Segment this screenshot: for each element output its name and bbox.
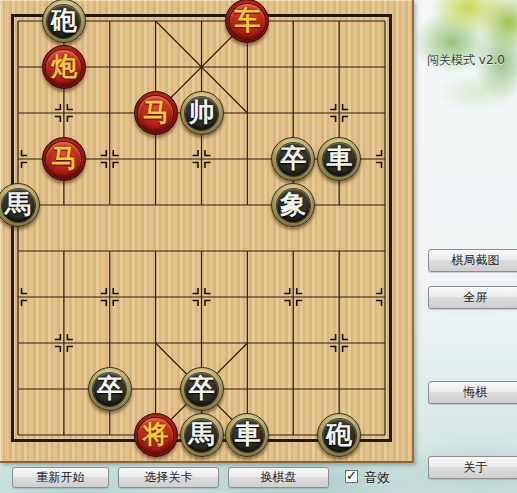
mode-version-label: 闯关模式 v2.0 <box>427 52 505 69</box>
piece-black-0[interactable]: 砲 <box>42 0 86 43</box>
piece-glyph: 帅 <box>189 99 215 125</box>
pieces-grid: 砲车炮马帅马卒車馬象卒卒将馬車砲 <box>0 0 408 458</box>
xiangqi-app-window: 砲车炮马帅马卒車馬象卒卒将馬車砲 闯关模式 v2.0 棋局截图 全屏 悔棋 关于… <box>0 0 517 493</box>
piece-black-13[interactable]: 馬 <box>180 413 224 457</box>
sound-checkbox[interactable]: ✓ <box>345 470 358 483</box>
piece-glyph: 卒 <box>189 375 215 401</box>
piece-glyph: 卒 <box>280 145 306 171</box>
piece-black-10[interactable]: 卒 <box>88 367 132 411</box>
piece-glyph: 车 <box>234 7 260 33</box>
piece-glyph: 車 <box>234 421 260 447</box>
select-level-button[interactable]: 选择关卡 <box>118 467 219 488</box>
piece-black-4[interactable]: 帅 <box>180 91 224 135</box>
piece-black-6[interactable]: 卒 <box>271 137 315 181</box>
restart-button[interactable]: 重新开始 <box>12 467 109 488</box>
piece-glyph: 炮 <box>51 53 77 79</box>
piece-red-3[interactable]: 马 <box>134 91 178 135</box>
piece-glyph: 象 <box>280 191 306 217</box>
piece-glyph: 马 <box>51 145 77 171</box>
piece-red-12[interactable]: 将 <box>134 413 178 457</box>
piece-glyph: 砲 <box>51 7 77 33</box>
piece-black-7[interactable]: 車 <box>317 137 361 181</box>
piece-glyph: 马 <box>143 99 169 125</box>
about-button[interactable]: 关于 <box>428 456 517 479</box>
piece-black-11[interactable]: 卒 <box>180 367 224 411</box>
piece-glyph: 卒 <box>97 375 123 401</box>
piece-glyph: 車 <box>326 145 352 171</box>
piece-red-1[interactable]: 车 <box>225 0 269 43</box>
piece-black-15[interactable]: 砲 <box>317 413 361 457</box>
piece-red-2[interactable]: 炮 <box>42 45 86 89</box>
screenshot-button[interactable]: 棋局截图 <box>428 249 517 272</box>
piece-glyph: 砲 <box>326 421 352 447</box>
piece-red-5[interactable]: 马 <box>42 137 86 181</box>
change-board-button[interactable]: 换棋盘 <box>228 467 329 488</box>
piece-black-8[interactable]: 馬 <box>0 183 40 227</box>
fullscreen-button[interactable]: 全屏 <box>428 286 517 309</box>
piece-glyph: 馬 <box>189 421 215 447</box>
checkmark-icon: ✓ <box>346 469 357 482</box>
piece-black-9[interactable]: 象 <box>271 183 315 227</box>
sound-checkbox-label: 音效 <box>364 469 390 487</box>
piece-glyph: 将 <box>143 421 169 447</box>
piece-black-14[interactable]: 車 <box>225 413 269 457</box>
undo-move-button[interactable]: 悔棋 <box>428 381 517 404</box>
piece-glyph: 馬 <box>5 191 31 217</box>
